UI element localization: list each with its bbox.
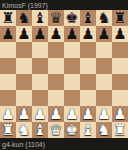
square-a1[interactable]: ♜ <box>0 122 16 138</box>
square-f6[interactable] <box>80 42 96 58</box>
square-b4[interactable] <box>16 74 32 90</box>
square-h8[interactable]: ♜ <box>112 10 128 26</box>
square-g1[interactable]: ♞ <box>96 122 112 138</box>
square-g2[interactable]: ♟ <box>96 106 112 122</box>
piece-wk-e1[interactable]: ♚ <box>64 122 80 138</box>
piece-wb-c1[interactable]: ♝ <box>32 122 48 138</box>
square-e8[interactable]: ♚ <box>64 10 80 26</box>
piece-bp-c7[interactable]: ♟ <box>32 26 48 42</box>
square-c4[interactable] <box>32 74 48 90</box>
piece-bn-g8[interactable]: ♞ <box>96 10 112 26</box>
square-a6[interactable] <box>0 42 16 58</box>
square-e6[interactable] <box>64 42 80 58</box>
piece-bb-f8[interactable]: ♝ <box>80 10 96 26</box>
square-b7[interactable]: ♟ <box>16 26 32 42</box>
square-a8[interactable]: ♜ <box>0 10 16 26</box>
square-d2[interactable]: ♟ <box>48 106 64 122</box>
square-g4[interactable] <box>96 74 112 90</box>
piece-bn-b8[interactable]: ♞ <box>16 10 32 26</box>
chess-game-widget: KimosF (1997) ♜♞♝♛♚♝♞♜♟♟♟♟♟♟♟♟♟♟♟♟♟♟♟♟♜♞… <box>0 0 128 150</box>
piece-wp-h2[interactable]: ♟ <box>112 106 128 122</box>
square-b2[interactable]: ♟ <box>16 106 32 122</box>
piece-wp-f2[interactable]: ♟ <box>80 106 96 122</box>
square-e4[interactable] <box>64 74 80 90</box>
piece-wb-f1[interactable]: ♝ <box>80 122 96 138</box>
chess-board: ♜♞♝♛♚♝♞♜♟♟♟♟♟♟♟♟♟♟♟♟♟♟♟♟♜♞♝♛♚♝♞♜ <box>0 10 128 138</box>
square-b5[interactable] <box>16 58 32 74</box>
piece-bp-a7[interactable]: ♟ <box>0 26 16 42</box>
piece-bp-d7[interactable]: ♟ <box>48 26 64 42</box>
square-f3[interactable] <box>80 90 96 106</box>
square-f5[interactable] <box>80 58 96 74</box>
square-f4[interactable] <box>80 74 96 90</box>
piece-wp-e2[interactable]: ♟ <box>64 106 80 122</box>
square-f2[interactable]: ♟ <box>80 106 96 122</box>
piece-bp-b7[interactable]: ♟ <box>16 26 32 42</box>
square-e5[interactable] <box>64 58 80 74</box>
square-h5[interactable] <box>112 58 128 74</box>
square-g6[interactable] <box>96 42 112 58</box>
square-f8[interactable]: ♝ <box>80 10 96 26</box>
square-h7[interactable]: ♟ <box>112 26 128 42</box>
square-g3[interactable] <box>96 90 112 106</box>
square-g5[interactable] <box>96 58 112 74</box>
square-d7[interactable]: ♟ <box>48 26 64 42</box>
square-h1[interactable]: ♜ <box>112 122 128 138</box>
square-c6[interactable] <box>32 42 48 58</box>
square-h2[interactable]: ♟ <box>112 106 128 122</box>
square-a7[interactable]: ♟ <box>0 26 16 42</box>
piece-bp-f7[interactable]: ♟ <box>80 26 96 42</box>
square-d1[interactable]: ♛ <box>48 122 64 138</box>
square-g8[interactable]: ♞ <box>96 10 112 26</box>
square-h4[interactable] <box>112 74 128 90</box>
square-d4[interactable] <box>48 74 64 90</box>
square-h6[interactable] <box>112 42 128 58</box>
square-d6[interactable] <box>48 42 64 58</box>
piece-bb-c8[interactable]: ♝ <box>32 10 48 26</box>
piece-br-h8[interactable]: ♜ <box>112 10 128 26</box>
square-e2[interactable]: ♟ <box>64 106 80 122</box>
square-a3[interactable] <box>0 90 16 106</box>
piece-br-a8[interactable]: ♜ <box>0 10 16 26</box>
piece-bp-g7[interactable]: ♟ <box>96 26 112 42</box>
piece-bp-e7[interactable]: ♟ <box>64 26 80 42</box>
piece-bp-h7[interactable]: ♟ <box>112 26 128 42</box>
piece-wp-d2[interactable]: ♟ <box>48 106 64 122</box>
square-c5[interactable] <box>32 58 48 74</box>
square-f7[interactable]: ♟ <box>80 26 96 42</box>
square-d8[interactable]: ♛ <box>48 10 64 26</box>
square-c7[interactable]: ♟ <box>32 26 48 42</box>
piece-wr-h1[interactable]: ♜ <box>112 122 128 138</box>
square-f1[interactable]: ♝ <box>80 122 96 138</box>
bottom-player-bar: g4-kun (1104) <box>0 138 128 150</box>
square-e3[interactable] <box>64 90 80 106</box>
square-a5[interactable] <box>0 58 16 74</box>
square-c3[interactable] <box>32 90 48 106</box>
square-b1[interactable]: ♞ <box>16 122 32 138</box>
piece-wq-d1[interactable]: ♛ <box>48 122 64 138</box>
square-b6[interactable] <box>16 42 32 58</box>
bottom-player-label: g4-kun (1104) <box>2 141 45 148</box>
square-a4[interactable] <box>0 74 16 90</box>
square-e1[interactable]: ♚ <box>64 122 80 138</box>
piece-wn-g1[interactable]: ♞ <box>96 122 112 138</box>
piece-bk-e8[interactable]: ♚ <box>64 10 80 26</box>
square-e7[interactable]: ♟ <box>64 26 80 42</box>
square-c2[interactable]: ♟ <box>32 106 48 122</box>
piece-wp-c2[interactable]: ♟ <box>32 106 48 122</box>
square-d5[interactable] <box>48 58 64 74</box>
square-c1[interactable]: ♝ <box>32 122 48 138</box>
square-h3[interactable] <box>112 90 128 106</box>
square-b3[interactable] <box>16 90 32 106</box>
square-g7[interactable]: ♟ <box>96 26 112 42</box>
piece-wr-a1[interactable]: ♜ <box>0 122 16 138</box>
piece-wp-a2[interactable]: ♟ <box>0 106 16 122</box>
top-player-label: KimosF (1997) <box>2 2 48 9</box>
piece-wp-g2[interactable]: ♟ <box>96 106 112 122</box>
square-a2[interactable]: ♟ <box>0 106 16 122</box>
square-c8[interactable]: ♝ <box>32 10 48 26</box>
square-b8[interactable]: ♞ <box>16 10 32 26</box>
piece-bq-d8[interactable]: ♛ <box>48 10 64 26</box>
piece-wp-b2[interactable]: ♟ <box>16 106 32 122</box>
square-d3[interactable] <box>48 90 64 106</box>
piece-wn-b1[interactable]: ♞ <box>16 122 32 138</box>
